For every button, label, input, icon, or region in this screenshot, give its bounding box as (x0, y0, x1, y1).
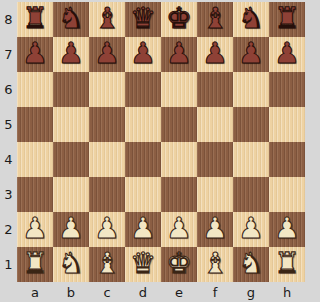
square-e6[interactable] (161, 72, 197, 107)
rank-labels: 87654321 (0, 2, 17, 282)
square-d4[interactable] (125, 142, 161, 177)
square-h5[interactable] (269, 107, 305, 142)
square-b6[interactable] (53, 72, 89, 107)
rank-label-7: 7 (0, 37, 17, 72)
square-b4[interactable] (53, 142, 89, 177)
rank-label-4: 4 (0, 142, 17, 177)
square-b5[interactable] (53, 107, 89, 142)
square-c1[interactable]: ♝ (89, 247, 125, 282)
file-label-g: g (233, 282, 269, 302)
piece-white-pawn[interactable]: ♟ (22, 214, 48, 243)
square-c8[interactable]: ♝ (89, 2, 125, 37)
piece-black-rook[interactable]: ♜ (22, 4, 48, 33)
square-a2[interactable]: ♟ (17, 212, 53, 247)
square-c6[interactable] (89, 72, 125, 107)
square-h2[interactable]: ♟ (269, 212, 305, 247)
square-h6[interactable] (269, 72, 305, 107)
square-c4[interactable] (89, 142, 125, 177)
square-e2[interactable]: ♟ (161, 212, 197, 247)
square-a7[interactable]: ♟ (17, 37, 53, 72)
rank-label-3: 3 (0, 177, 17, 212)
square-b2[interactable]: ♟ (53, 212, 89, 247)
file-label-f: f (197, 282, 233, 302)
square-g6[interactable] (233, 72, 269, 107)
square-d8[interactable]: ♛ (125, 2, 161, 37)
square-d3[interactable] (125, 177, 161, 212)
square-f6[interactable] (197, 72, 233, 107)
piece-white-knight[interactable]: ♞ (58, 249, 84, 278)
square-a8[interactable]: ♜ (17, 2, 53, 37)
rank-label-6: 6 (0, 72, 17, 107)
piece-black-pawn[interactable]: ♟ (22, 39, 48, 68)
square-a4[interactable] (17, 142, 53, 177)
piece-white-king[interactable]: ♚ (166, 249, 192, 278)
square-d2[interactable]: ♟ (125, 212, 161, 247)
piece-black-rook[interactable]: ♜ (274, 4, 300, 33)
square-d5[interactable] (125, 107, 161, 142)
square-g5[interactable] (233, 107, 269, 142)
piece-white-bishop[interactable]: ♝ (94, 249, 120, 278)
piece-white-rook[interactable]: ♜ (274, 249, 300, 278)
square-g8[interactable]: ♞ (233, 2, 269, 37)
piece-white-pawn[interactable]: ♟ (58, 214, 84, 243)
square-g3[interactable] (233, 177, 269, 212)
square-a5[interactable] (17, 107, 53, 142)
square-b1[interactable]: ♞ (53, 247, 89, 282)
square-e7[interactable]: ♟ (161, 37, 197, 72)
square-a6[interactable] (17, 72, 53, 107)
piece-black-pawn[interactable]: ♟ (238, 39, 264, 68)
piece-white-pawn[interactable]: ♟ (94, 214, 120, 243)
piece-white-pawn[interactable]: ♟ (274, 214, 300, 243)
square-e5[interactable] (161, 107, 197, 142)
square-h8[interactable]: ♜ (269, 2, 305, 37)
rank-label-1: 1 (0, 247, 17, 282)
piece-white-rook[interactable]: ♜ (22, 249, 48, 278)
piece-black-bishop[interactable]: ♝ (94, 4, 120, 33)
piece-black-pawn[interactable]: ♟ (202, 39, 228, 68)
piece-black-bishop[interactable]: ♝ (202, 4, 228, 33)
piece-black-queen[interactable]: ♛ (130, 4, 156, 33)
square-e1[interactable]: ♚ (161, 247, 197, 282)
piece-white-pawn[interactable]: ♟ (202, 214, 228, 243)
square-b3[interactable] (53, 177, 89, 212)
square-g7[interactable]: ♟ (233, 37, 269, 72)
rank-label-8: 8 (0, 2, 17, 37)
file-label-e: e (161, 282, 197, 302)
square-f8[interactable]: ♝ (197, 2, 233, 37)
square-f2[interactable]: ♟ (197, 212, 233, 247)
square-e3[interactable] (161, 177, 197, 212)
file-label-h: h (269, 282, 305, 302)
square-g1[interactable]: ♞ (233, 247, 269, 282)
square-d7[interactable]: ♟ (125, 37, 161, 72)
square-f7[interactable]: ♟ (197, 37, 233, 72)
square-h1[interactable]: ♜ (269, 247, 305, 282)
square-h4[interactable] (269, 142, 305, 177)
square-g2[interactable]: ♟ (233, 212, 269, 247)
square-b7[interactable]: ♟ (53, 37, 89, 72)
piece-black-knight[interactable]: ♞ (58, 4, 84, 33)
square-f4[interactable] (197, 142, 233, 177)
piece-black-king[interactable]: ♚ (166, 4, 192, 33)
file-label-c: c (89, 282, 125, 302)
square-c7[interactable]: ♟ (89, 37, 125, 72)
square-f1[interactable]: ♝ (197, 247, 233, 282)
piece-white-pawn[interactable]: ♟ (166, 214, 192, 243)
piece-white-knight[interactable]: ♞ (238, 249, 264, 278)
square-h3[interactable] (269, 177, 305, 212)
square-f5[interactable] (197, 107, 233, 142)
square-c3[interactable] (89, 177, 125, 212)
square-a1[interactable]: ♜ (17, 247, 53, 282)
rank-label-5: 5 (0, 107, 17, 142)
piece-black-pawn[interactable]: ♟ (130, 39, 156, 68)
piece-white-pawn[interactable]: ♟ (130, 214, 156, 243)
piece-white-queen[interactable]: ♛ (130, 249, 156, 278)
rank-label-2: 2 (0, 212, 17, 247)
square-a3[interactable] (17, 177, 53, 212)
chess-board: ♜♞♝♛♚♝♞♜♟♟♟♟♟♟♟♟♟♟♟♟♟♟♟♟♜♞♝♛♚♝♞♜ (17, 2, 305, 282)
square-g4[interactable] (233, 142, 269, 177)
square-b8[interactable]: ♞ (53, 2, 89, 37)
square-c5[interactable] (89, 107, 125, 142)
chess-app-window: 87654321 ♜♞♝♛♚♝♞♜♟♟♟♟♟♟♟♟♟♟♟♟♟♟♟♟♜♞♝♛♚♝♞… (0, 0, 320, 302)
square-e8[interactable]: ♚ (161, 2, 197, 37)
file-label-a: a (17, 282, 53, 302)
piece-black-pawn[interactable]: ♟ (166, 39, 192, 68)
square-d1[interactable]: ♛ (125, 247, 161, 282)
file-label-d: d (125, 282, 161, 302)
square-h7[interactable]: ♟ (269, 37, 305, 72)
square-c2[interactable]: ♟ (89, 212, 125, 247)
piece-black-pawn[interactable]: ♟ (94, 39, 120, 68)
piece-black-knight[interactable]: ♞ (238, 4, 264, 33)
piece-white-pawn[interactable]: ♟ (238, 214, 264, 243)
piece-black-pawn[interactable]: ♟ (274, 39, 300, 68)
square-f3[interactable] (197, 177, 233, 212)
piece-white-bishop[interactable]: ♝ (202, 249, 228, 278)
piece-black-pawn[interactable]: ♟ (58, 39, 84, 68)
square-d6[interactable] (125, 72, 161, 107)
file-label-b: b (53, 282, 89, 302)
file-labels: abcdefgh (17, 282, 305, 302)
square-e4[interactable] (161, 142, 197, 177)
